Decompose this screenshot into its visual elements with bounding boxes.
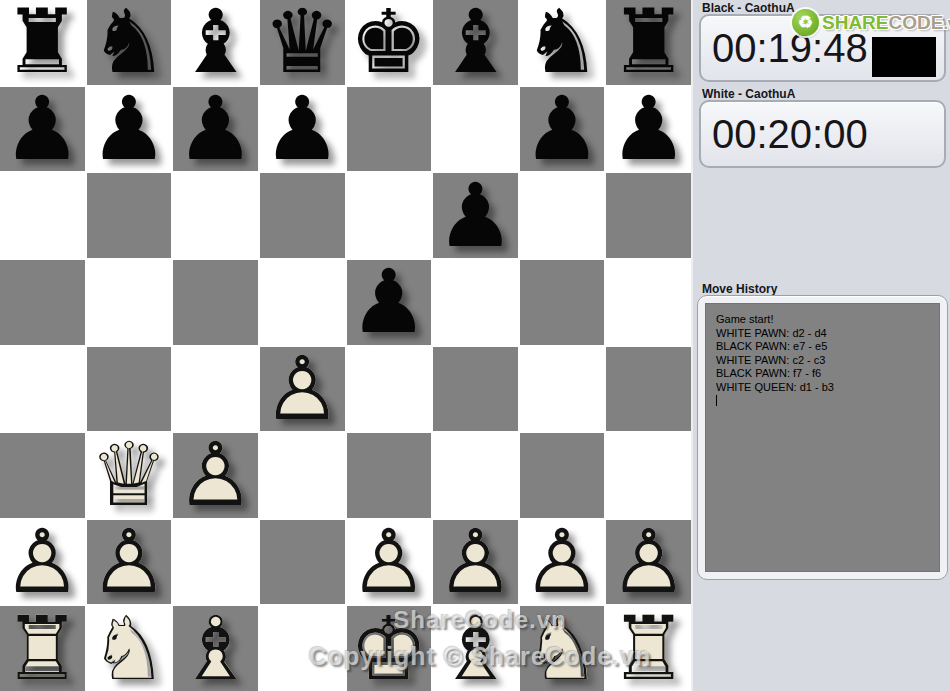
square-f5[interactable] [433, 260, 518, 345]
square-h6[interactable] [606, 173, 691, 258]
square-e1[interactable]: ♚♔ [347, 606, 432, 691]
square-c2[interactable] [173, 520, 258, 605]
square-d7[interactable]: ♟ [260, 87, 345, 172]
sidebar: Black - CaothuA 00:19:48 ♻ SHARECODE.vn … [691, 0, 950, 691]
square-f2[interactable]: ♟♙ [433, 520, 518, 605]
white-bishop[interactable]: ♝♗ [433, 607, 517, 691]
move-history-line: WHITE QUEEN: d1 - b3 [716, 381, 929, 395]
square-a2[interactable]: ♟♙ [0, 520, 85, 605]
square-f1[interactable]: ♝♗ [433, 606, 518, 691]
square-g2[interactable]: ♟♙ [520, 520, 605, 605]
white-rook[interactable]: ♜♖ [607, 607, 691, 691]
square-d1[interactable] [260, 606, 345, 691]
white-pawn[interactable]: ♟♙ [607, 520, 691, 604]
square-a7[interactable]: ♟ [0, 87, 85, 172]
black-pawn[interactable]: ♟ [0, 87, 84, 171]
square-c1[interactable]: ♝♗ [173, 606, 258, 691]
white-pawn[interactable]: ♟♙ [520, 520, 604, 604]
white-clock: 00:20:00 [699, 100, 946, 168]
black-player-label: Black - CaothuA [702, 1, 795, 15]
square-f4[interactable] [433, 347, 518, 432]
square-e8[interactable]: ♚ [347, 0, 432, 85]
square-h5[interactable] [606, 260, 691, 345]
white-king[interactable]: ♚♔ [347, 607, 431, 691]
square-e2[interactable]: ♟♙ [347, 520, 432, 605]
square-g4[interactable] [520, 347, 605, 432]
square-f8[interactable]: ♝ [433, 0, 518, 85]
square-h4[interactable] [606, 347, 691, 432]
square-a5[interactable] [0, 260, 85, 345]
square-g5[interactable] [520, 260, 605, 345]
square-g1[interactable]: ♞♘ [520, 606, 605, 691]
white-knight[interactable]: ♞♘ [87, 607, 171, 691]
move-history-panel: Game start!WHITE PAWN: d2 - d4BLACK PAWN… [697, 295, 948, 580]
square-a6[interactable] [0, 173, 85, 258]
square-a1[interactable]: ♜♖ [0, 606, 85, 691]
move-history-label: Move History [702, 282, 777, 296]
square-b4[interactable] [87, 347, 172, 432]
black-indicator-box [872, 37, 936, 77]
black-pawn[interactable]: ♟ [87, 87, 171, 171]
move-history-line: BLACK PAWN: f7 - f6 [716, 367, 929, 381]
move-history-line: Game start! [716, 313, 929, 327]
square-c5[interactable] [173, 260, 258, 345]
white-pawn[interactable]: ♟♙ [87, 520, 171, 604]
square-b5[interactable] [87, 260, 172, 345]
square-d6[interactable] [260, 173, 345, 258]
move-history-line: BLACK PAWN: e7 - e5 [716, 340, 929, 354]
white-bishop[interactable]: ♝♗ [174, 607, 258, 691]
sharecode-logo: ♻ SHARECODE.vn [792, 9, 950, 36]
black-pawn[interactable]: ♟ [607, 87, 691, 171]
square-a4[interactable] [0, 347, 85, 432]
square-g7[interactable]: ♟ [520, 87, 605, 172]
move-history-line: WHITE PAWN: d2 - d4 [716, 327, 929, 341]
square-e6[interactable] [347, 173, 432, 258]
black-rook[interactable]: ♜ [607, 0, 691, 84]
square-b3[interactable]: ♛♕ [87, 433, 172, 518]
recycle-icon: ♻ [792, 9, 819, 36]
black-knight[interactable]: ♞ [520, 0, 604, 84]
white-pawn[interactable]: ♟♙ [174, 433, 258, 517]
white-rook[interactable]: ♜♖ [0, 607, 84, 691]
square-d2[interactable] [260, 520, 345, 605]
square-g8[interactable]: ♞ [520, 0, 605, 85]
square-g3[interactable] [520, 433, 605, 518]
square-f6[interactable]: ♟ [433, 173, 518, 258]
square-h1[interactable]: ♜♖ [606, 606, 691, 691]
black-knight[interactable]: ♞ [87, 0, 171, 84]
white-clock-time: 00:20:00 [712, 112, 868, 157]
black-pawn[interactable]: ♟ [520, 87, 604, 171]
sharecode-logo-text: SHARECODE.vn [822, 12, 950, 34]
square-a3[interactable] [0, 433, 85, 518]
square-d8[interactable]: ♛ [260, 0, 345, 85]
square-h2[interactable]: ♟♙ [606, 520, 691, 605]
move-history-line: WHITE PAWN: c2 - c3 [716, 354, 929, 368]
square-c4[interactable] [173, 347, 258, 432]
square-e3[interactable] [347, 433, 432, 518]
square-d4[interactable]: ♟♙ [260, 347, 345, 432]
square-c3[interactable]: ♟♙ [173, 433, 258, 518]
chess-board[interactable]: ♜♞♝♛♚♝♞♜♟♟♟♟♟♟♟♟♟♙♛♕♟♙♟♙♟♙♟♙♟♙♟♙♟♙♜♖♞♘♝♗… [0, 0, 691, 691]
logo-code-text: CODE [889, 12, 944, 33]
white-pawn[interactable]: ♟♙ [347, 520, 431, 604]
square-b1[interactable]: ♞♘ [87, 606, 172, 691]
black-rook[interactable]: ♜ [0, 0, 84, 84]
move-history-textarea[interactable]: Game start!WHITE PAWN: d2 - d4BLACK PAWN… [705, 303, 940, 572]
square-h7[interactable]: ♟ [606, 87, 691, 172]
black-king[interactable]: ♚ [347, 0, 431, 84]
square-e7[interactable] [347, 87, 432, 172]
text-cursor [716, 394, 929, 408]
white-queen[interactable]: ♛♕ [87, 433, 171, 517]
chess-game-window: ♜♞♝♛♚♝♞♜♟♟♟♟♟♟♟♟♟♙♛♕♟♙♟♙♟♙♟♙♟♙♟♙♟♙♜♖♞♘♝♗… [0, 0, 950, 691]
white-knight[interactable]: ♞♘ [520, 607, 604, 691]
square-b7[interactable]: ♟ [87, 87, 172, 172]
square-f3[interactable] [433, 433, 518, 518]
square-f7[interactable] [433, 87, 518, 172]
black-pawn[interactable]: ♟ [260, 87, 344, 171]
square-e4[interactable] [347, 347, 432, 432]
white-pawn[interactable]: ♟♙ [433, 520, 517, 604]
white-pawn[interactable]: ♟♙ [260, 347, 344, 431]
square-e5[interactable]: ♟ [347, 260, 432, 345]
black-bishop[interactable]: ♝ [174, 0, 258, 84]
black-bishop[interactable]: ♝ [433, 0, 517, 84]
white-player-label: White - CaothuA [702, 87, 795, 101]
logo-share-text: SHARE [822, 12, 889, 33]
black-pawn[interactable]: ♟ [347, 260, 431, 344]
white-pawn[interactable]: ♟♙ [0, 520, 84, 604]
square-c7[interactable]: ♟ [173, 87, 258, 172]
square-g6[interactable] [520, 173, 605, 258]
black-pawn[interactable]: ♟ [433, 174, 517, 258]
square-a8[interactable]: ♜ [0, 0, 85, 85]
square-d5[interactable] [260, 260, 345, 345]
black-queen[interactable]: ♛ [260, 0, 344, 84]
square-b2[interactable]: ♟♙ [87, 520, 172, 605]
black-pawn[interactable]: ♟ [174, 87, 258, 171]
square-b8[interactable]: ♞ [87, 0, 172, 85]
square-h3[interactable] [606, 433, 691, 518]
square-b6[interactable] [87, 173, 172, 258]
logo-vn-text: .vn [943, 15, 950, 32]
square-c6[interactable] [173, 173, 258, 258]
square-d3[interactable] [260, 433, 345, 518]
square-h8[interactable]: ♜ [606, 0, 691, 85]
square-c8[interactable]: ♝ [173, 0, 258, 85]
